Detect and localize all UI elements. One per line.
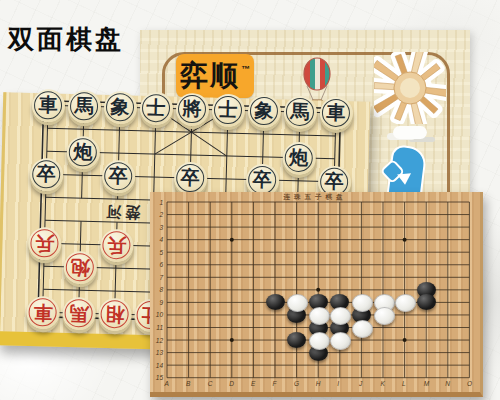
go-col-label: E	[251, 380, 255, 387]
xiangqi-piece[interactable]: 車	[319, 96, 353, 130]
xiangqi-piece[interactable]: 馬	[62, 296, 96, 330]
go-stone[interactable]	[266, 294, 285, 310]
xiangqi-piece[interactable]: 炮	[282, 141, 316, 175]
go-col-label: I	[337, 380, 339, 387]
go-stone[interactable]	[374, 307, 395, 325]
go-col-label: C	[208, 380, 213, 387]
go-row-label: 9	[152, 299, 163, 306]
go-col-label: H	[316, 380, 321, 387]
go-col-label: M	[424, 380, 429, 387]
xiangqi-piece[interactable]: 卒	[101, 159, 135, 193]
go-row-label: 6	[152, 261, 163, 268]
go-row-label: 13	[152, 349, 163, 356]
go-col-label: B	[186, 380, 190, 387]
xiangqi-piece[interactable]: 馬	[67, 89, 101, 123]
go-row-label: 1	[152, 199, 163, 206]
xiangqi-piece[interactable]: 象	[103, 90, 137, 124]
go-row-label: 15	[152, 374, 163, 381]
xiangqi-piece[interactable]: 象	[247, 94, 281, 128]
go-row-label: 5	[152, 249, 163, 256]
xiangqi-piece[interactable]: 將	[175, 92, 209, 126]
xiangqi-piece[interactable]: 兵	[28, 226, 62, 260]
xiangqi-piece[interactable]: 車	[31, 88, 65, 122]
xiangqi-piece[interactable]: 士	[139, 91, 173, 125]
trademark-symbol: ™	[241, 64, 250, 74]
xiangqi-piece[interactable]: 相	[98, 297, 132, 331]
page-title: 双面棋盘	[8, 22, 124, 57]
xiangqi-piece[interactable]: 士	[211, 93, 245, 127]
go-row-label: 2	[152, 211, 163, 218]
go-col-label: G	[294, 380, 299, 387]
go-row-label: 10	[152, 311, 163, 318]
river-text-left: 楚河	[89, 198, 154, 222]
xiangqi-piece[interactable]: 馬	[283, 95, 317, 129]
go-row-label: 14	[152, 362, 163, 369]
go-row-label: 4	[152, 236, 163, 243]
go-row-label: 12	[152, 337, 163, 344]
go-col-label: K	[381, 380, 385, 387]
xiangqi-piece[interactable]: 炮	[66, 135, 100, 169]
go-stone[interactable]	[352, 320, 373, 338]
go-col-label: O	[467, 380, 472, 387]
go-col-label: A	[165, 380, 169, 387]
go-col-label: N	[445, 380, 450, 387]
go-col-label: J	[359, 380, 362, 387]
go-row-label: 8	[152, 286, 163, 293]
product-photo-scene: 双面棋盘 弈顺™ 楚河	[0, 0, 500, 400]
xiangqi-piece[interactable]: 卒	[173, 161, 207, 195]
xiangqi-piece[interactable]: 卒	[29, 157, 63, 191]
cloud-icon	[393, 126, 427, 139]
xiangqi-piece[interactable]: 炮	[63, 250, 97, 284]
sun-icon	[374, 52, 446, 124]
go-row-label: 3	[152, 224, 163, 231]
go-col-label: D	[229, 380, 234, 387]
go-stone[interactable]	[309, 332, 330, 350]
brand-label: 弈顺™	[176, 54, 254, 98]
xiangqi-piece[interactable]: 兵	[99, 228, 133, 262]
brand-name: 弈顺	[180, 57, 240, 95]
go-row-label: 7	[152, 274, 163, 281]
go-stone[interactable]	[309, 307, 330, 325]
xiangqi-piece[interactable]: 車	[26, 295, 60, 329]
go-row-label: 11	[152, 324, 163, 331]
go-stone[interactable]	[287, 332, 306, 348]
go-board[interactable]: 连珠五子棋盘 ABCDEFGHIJKLMNO123456789101112131…	[150, 192, 483, 397]
go-col-label: F	[273, 380, 277, 387]
go-col-label: L	[402, 380, 406, 387]
